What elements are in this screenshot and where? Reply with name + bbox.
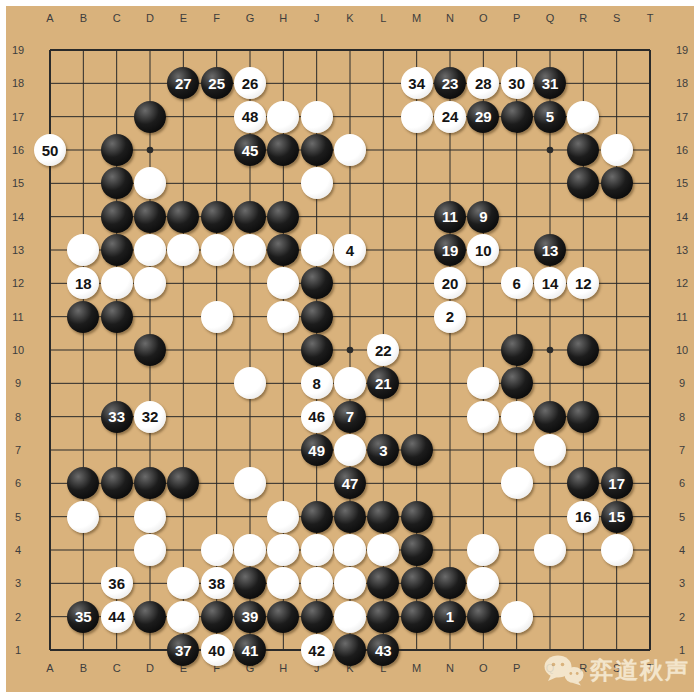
- move-number-label: 7: [346, 409, 354, 424]
- coord-label-left-12: 12: [12, 277, 24, 289]
- stone-black-M4: [401, 534, 433, 566]
- stone-white-R17: [567, 101, 599, 133]
- coord-label-top-N: N: [446, 12, 454, 24]
- move-number-label: 3: [379, 443, 387, 458]
- stone-white-J15: [301, 167, 333, 199]
- stone-white-J17: [301, 101, 333, 133]
- move-number-label: 9: [479, 209, 487, 224]
- stone-black-O2: [467, 601, 499, 633]
- coord-label-top-A: A: [46, 12, 53, 24]
- coord-label-right-14: 14: [676, 211, 688, 223]
- stone-white-P6: [501, 467, 533, 499]
- stone-black-L5: [367, 501, 399, 533]
- move-number-label: 11: [442, 209, 458, 224]
- stone-black-F14: [201, 201, 233, 233]
- stone-black-F2: [201, 601, 233, 633]
- stone-white-C12: [101, 267, 133, 299]
- stone-white-F11: [201, 301, 233, 333]
- wechat-chat-bubbles-icon: [543, 654, 585, 686]
- stone-white-F4: [201, 534, 233, 566]
- stone-black-C14: [101, 201, 133, 233]
- stone-black-H2: [267, 601, 299, 633]
- stone-black-K1: [334, 634, 366, 666]
- stone-white-J13: [301, 234, 333, 266]
- coord-label-top-R: R: [579, 12, 587, 24]
- watermark-text: 弈道秋声: [590, 655, 690, 686]
- coord-label-left-2: 2: [15, 611, 21, 623]
- stone-white-K13: 4: [334, 234, 366, 266]
- coord-label-left-8: 8: [15, 411, 21, 423]
- coord-label-left-14: 14: [12, 211, 24, 223]
- move-number-label: 44: [108, 609, 125, 624]
- stone-black-O17: 29: [467, 101, 499, 133]
- stone-black-N2: 1: [434, 601, 466, 633]
- move-number-label: 14: [542, 276, 559, 291]
- coord-label-right-12: 12: [676, 277, 688, 289]
- move-number-label: 2: [446, 309, 454, 324]
- stone-white-C2: 44: [101, 601, 133, 633]
- stone-white-A16: 50: [34, 134, 66, 166]
- move-number-label: 13: [542, 243, 559, 258]
- coord-label-top-M: M: [412, 12, 421, 24]
- coord-label-top-D: D: [146, 12, 154, 24]
- stone-white-D5: [134, 501, 166, 533]
- stone-black-C11: [101, 301, 133, 333]
- stone-black-C15: [101, 167, 133, 199]
- coord-label-left-4: 4: [15, 544, 21, 556]
- stone-black-G14: [234, 201, 266, 233]
- stone-black-J2: [301, 601, 333, 633]
- move-number-label: 12: [575, 276, 592, 291]
- coord-label-right-4: 4: [679, 544, 685, 556]
- stone-black-Q8: [534, 401, 566, 433]
- move-number-label: 1: [446, 609, 454, 624]
- stone-white-J3: [301, 567, 333, 599]
- coord-label-right-10: 10: [676, 344, 688, 356]
- stone-white-D13: [134, 234, 166, 266]
- stone-black-L2: [367, 601, 399, 633]
- coord-label-top-Q: Q: [546, 12, 555, 24]
- coord-label-top-T: T: [647, 12, 654, 24]
- stone-white-H5: [267, 501, 299, 533]
- stone-black-J16: [301, 134, 333, 166]
- stone-black-C6: [101, 467, 133, 499]
- coord-label-right-7: 7: [679, 444, 685, 456]
- move-number-label: 19: [442, 243, 459, 258]
- coord-label-bottom-M: M: [412, 662, 421, 674]
- coord-label-right-18: 18: [676, 77, 688, 89]
- stone-black-N14: 11: [434, 201, 466, 233]
- stone-white-P2: [501, 601, 533, 633]
- stone-white-P12: 6: [501, 267, 533, 299]
- move-number-label: 25: [208, 76, 225, 91]
- move-number-label: 45: [242, 143, 259, 158]
- move-number-label: 37: [175, 643, 192, 658]
- coord-label-right-15: 15: [676, 177, 688, 189]
- move-number-label: 39: [242, 609, 259, 624]
- coord-label-top-S: S: [613, 12, 620, 24]
- move-number-label: 16: [575, 509, 592, 524]
- coord-label-top-P: P: [513, 12, 520, 24]
- go-board: AABBCCDDEEFFGGHHJJKKLLMMNNOOPPQQRRSSTT19…: [0, 0, 700, 700]
- move-number-label: 34: [408, 76, 425, 91]
- move-number-label: 35: [75, 609, 92, 624]
- stone-black-D10: [134, 334, 166, 366]
- stone-white-E2: [167, 601, 199, 633]
- stone-black-G1: 41: [234, 634, 266, 666]
- coord-label-left-11: 11: [12, 311, 23, 323]
- coord-label-bottom-C: C: [113, 662, 121, 674]
- coord-label-right-6: 6: [679, 477, 685, 489]
- coord-label-left-17: 17: [12, 111, 24, 123]
- stone-black-G16: 45: [234, 134, 266, 166]
- coord-label-right-16: 16: [676, 144, 688, 156]
- move-number-label: 4: [346, 243, 354, 258]
- stone-black-N13: 19: [434, 234, 466, 266]
- coord-label-right-2: 2: [679, 611, 685, 623]
- stone-black-M7: [401, 434, 433, 466]
- stone-white-M17: [401, 101, 433, 133]
- stone-white-Q4: [534, 534, 566, 566]
- coord-label-left-18: 18: [12, 77, 24, 89]
- coord-label-right-3: 3: [679, 577, 685, 589]
- stone-white-Q7: [534, 434, 566, 466]
- coord-label-top-G: G: [246, 12, 255, 24]
- stone-white-M18: 34: [401, 67, 433, 99]
- stone-black-C13: [101, 234, 133, 266]
- stone-white-K7: [334, 434, 366, 466]
- stone-black-G2: 39: [234, 601, 266, 633]
- stone-white-C3: 36: [101, 567, 133, 599]
- stone-white-S16: [601, 134, 633, 166]
- go-diagram: AABBCCDDEEFFGGHHJJKKLLMMNNOOPPQQRRSSTT19…: [0, 0, 700, 700]
- move-number-label: 47: [342, 476, 359, 491]
- stone-black-M3: [401, 567, 433, 599]
- coord-label-left-3: 3: [15, 577, 21, 589]
- coord-label-bottom-H: H: [279, 662, 287, 674]
- move-number-label: 24: [442, 109, 459, 124]
- coord-label-left-9: 9: [15, 377, 21, 389]
- move-number-label: 17: [608, 476, 625, 491]
- move-number-label: 29: [475, 109, 492, 124]
- stone-black-S15: [601, 167, 633, 199]
- move-number-label: 5: [546, 109, 554, 124]
- coord-label-right-19: 19: [676, 44, 688, 56]
- stone-black-B11: [67, 301, 99, 333]
- stone-white-D4: [134, 534, 166, 566]
- stone-black-M5: [401, 501, 433, 533]
- move-number-label: 50: [42, 143, 59, 158]
- stone-white-O8: [467, 401, 499, 433]
- stone-black-C8: 33: [101, 401, 133, 433]
- coord-label-right-5: 5: [679, 511, 685, 523]
- stone-white-J9: 8: [301, 367, 333, 399]
- move-number-label: 23: [442, 76, 459, 91]
- stone-black-M2: [401, 601, 433, 633]
- move-number-label: 27: [175, 76, 192, 91]
- stone-black-J5: [301, 501, 333, 533]
- stone-black-D14: [134, 201, 166, 233]
- coord-label-left-10: 10: [12, 344, 24, 356]
- coord-label-top-B: B: [80, 12, 87, 24]
- stone-white-K16: [334, 134, 366, 166]
- move-number-label: 41: [242, 643, 259, 658]
- stone-black-E14: [167, 201, 199, 233]
- coord-label-bottom-D: D: [146, 662, 154, 674]
- stone-white-B5: [67, 501, 99, 533]
- stone-black-P10: [501, 334, 533, 366]
- watermark: 弈道秋声: [543, 654, 690, 686]
- coord-label-bottom-B: B: [80, 662, 87, 674]
- move-number-label: 30: [508, 76, 525, 91]
- stone-black-J11: [301, 301, 333, 333]
- coord-label-bottom-A: A: [46, 662, 53, 674]
- move-number-label: 46: [308, 409, 325, 424]
- coord-label-top-C: C: [113, 12, 121, 24]
- coord-label-left-5: 5: [15, 511, 21, 523]
- stone-white-H11: [267, 301, 299, 333]
- stone-white-R5: 16: [567, 501, 599, 533]
- coord-label-left-13: 13: [12, 244, 24, 256]
- stone-black-J10: [301, 334, 333, 366]
- coord-label-top-H: H: [279, 12, 287, 24]
- stone-black-H14: [267, 201, 299, 233]
- move-number-label: 31: [542, 76, 559, 91]
- move-number-label: 32: [142, 409, 159, 424]
- move-number-label: 6: [512, 276, 520, 291]
- stone-white-S4: [601, 534, 633, 566]
- stone-black-O14: 9: [467, 201, 499, 233]
- stone-white-G4: [234, 534, 266, 566]
- move-number-label: 18: [75, 276, 92, 291]
- move-number-label: 49: [308, 443, 325, 458]
- move-number-label: 26: [242, 76, 259, 91]
- move-number-label: 21: [375, 376, 392, 391]
- stone-white-D8: 32: [134, 401, 166, 433]
- stone-black-C16: [101, 134, 133, 166]
- move-number-label: 38: [208, 576, 225, 591]
- coord-label-top-J: J: [314, 12, 320, 24]
- stone-black-P17: [501, 101, 533, 133]
- stone-white-J4: [301, 534, 333, 566]
- coord-label-left-16: 16: [12, 144, 24, 156]
- move-number-label: 20: [442, 276, 459, 291]
- coord-label-bottom-P: P: [513, 662, 520, 674]
- stone-black-J7: 49: [301, 434, 333, 466]
- stone-white-J8: 46: [301, 401, 333, 433]
- stone-black-Q17: 5: [534, 101, 566, 133]
- coord-label-right-11: 11: [676, 311, 687, 323]
- stone-white-N17: 24: [434, 101, 466, 133]
- stone-black-P9: [501, 367, 533, 399]
- move-number-label: 42: [308, 643, 325, 658]
- stone-black-B2: 35: [67, 601, 99, 633]
- move-number-label: 40: [208, 643, 225, 658]
- stone-white-G17: 48: [234, 101, 266, 133]
- coord-label-top-F: F: [213, 12, 220, 24]
- stone-white-G13: [234, 234, 266, 266]
- coord-label-left-7: 7: [15, 444, 21, 456]
- stone-black-K8: 7: [334, 401, 366, 433]
- move-number-label: 28: [475, 76, 492, 91]
- move-number-label: 36: [108, 576, 125, 591]
- stone-black-S5: 15: [601, 501, 633, 533]
- move-number-label: 43: [375, 643, 392, 658]
- move-number-label: 10: [475, 243, 492, 258]
- stone-black-R8: [567, 401, 599, 433]
- stone-white-J1: 42: [301, 634, 333, 666]
- coord-label-top-L: L: [380, 12, 386, 24]
- coord-label-top-K: K: [346, 12, 353, 24]
- coord-label-left-19: 19: [12, 44, 24, 56]
- coord-label-top-O: O: [479, 12, 488, 24]
- stone-black-Q13: 13: [534, 234, 566, 266]
- coord-label-bottom-N: N: [446, 662, 454, 674]
- stone-white-H17: [267, 101, 299, 133]
- stone-black-K5: [334, 501, 366, 533]
- stone-white-N11: 2: [434, 301, 466, 333]
- move-number-label: 22: [375, 343, 392, 358]
- coord-label-left-6: 6: [15, 477, 21, 489]
- coord-label-right-13: 13: [676, 244, 688, 256]
- coord-label-right-17: 17: [676, 111, 688, 123]
- coord-label-bottom-O: O: [479, 662, 488, 674]
- coord-label-left-1: 1: [15, 644, 21, 656]
- stone-white-K4: [334, 534, 366, 566]
- move-number-label: 33: [108, 409, 125, 424]
- move-number-label: 48: [242, 109, 259, 124]
- stone-white-P18: 30: [501, 67, 533, 99]
- stone-black-D17: [134, 101, 166, 133]
- coord-label-right-8: 8: [679, 411, 685, 423]
- stone-black-D2: [134, 601, 166, 633]
- stone-black-S6: 17: [601, 467, 633, 499]
- stone-black-J12: [301, 267, 333, 299]
- stone-white-F13: [201, 234, 233, 266]
- stone-white-F1: 40: [201, 634, 233, 666]
- stone-white-K2: [334, 601, 366, 633]
- coord-label-left-15: 15: [12, 177, 24, 189]
- coord-label-right-9: 9: [679, 377, 685, 389]
- coord-label-top-E: E: [180, 12, 187, 24]
- move-number-label: 15: [608, 509, 625, 524]
- stone-black-F18: 25: [201, 67, 233, 99]
- stone-white-F3: 38: [201, 567, 233, 599]
- stone-white-P8: [501, 401, 533, 433]
- move-number-label: 8: [312, 376, 320, 391]
